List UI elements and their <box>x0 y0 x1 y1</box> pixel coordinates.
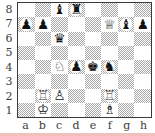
rank-label-8: 8 <box>1 2 17 17</box>
rank-label-2: 2 <box>1 89 17 104</box>
rank-label-7: 7 <box>1 17 17 32</box>
square-b6[interactable] <box>35 32 52 46</box>
square-d7[interactable] <box>68 17 85 31</box>
square-g7[interactable]: ♝ <box>118 17 135 31</box>
white-knight[interactable]: ♘ <box>51 60 68 74</box>
square-g5[interactable] <box>118 46 135 60</box>
square-e1[interactable] <box>85 103 102 117</box>
square-e3[interactable] <box>85 74 102 88</box>
square-g1[interactable] <box>118 103 135 117</box>
square-g2[interactable] <box>118 89 135 103</box>
file-label-c: c <box>51 118 68 133</box>
square-e2[interactable] <box>85 89 102 103</box>
square-b5[interactable] <box>35 46 52 60</box>
rank-label-1: 1 <box>1 104 17 119</box>
square-f4[interactable]: ♞ <box>101 60 118 74</box>
square-h3[interactable] <box>134 74 151 88</box>
file-labels: abcdefgh <box>17 118 152 133</box>
black-pawn[interactable]: ♟ <box>134 17 151 31</box>
chess-board: ♝♜♟♟♕♝♟♛♘♟♚♞♖♙♖♔♗ <box>17 2 152 118</box>
square-a4[interactable] <box>18 60 35 74</box>
black-rook[interactable]: ♜ <box>68 3 85 17</box>
rank-label-3: 3 <box>1 75 17 90</box>
file-label-g: g <box>118 118 135 133</box>
black-king[interactable]: ♚ <box>85 60 102 74</box>
square-c6[interactable]: ♛ <box>51 32 68 46</box>
square-h2[interactable] <box>134 89 151 103</box>
white-bishop[interactable]: ♗ <box>101 103 118 117</box>
black-pawn[interactable]: ♟ <box>35 17 52 31</box>
square-b7[interactable]: ♟ <box>35 17 52 31</box>
square-g6[interactable] <box>118 32 135 46</box>
square-h4[interactable] <box>134 60 151 74</box>
square-c1[interactable] <box>51 103 68 117</box>
square-c8[interactable]: ♝ <box>51 3 68 17</box>
square-a5[interactable] <box>18 46 35 60</box>
square-d2[interactable] <box>68 89 85 103</box>
white-king[interactable]: ♔ <box>35 103 52 117</box>
square-e7[interactable] <box>85 17 102 31</box>
square-a1[interactable] <box>18 103 35 117</box>
square-c2[interactable]: ♙ <box>51 89 68 103</box>
square-d6[interactable] <box>68 32 85 46</box>
black-knight[interactable]: ♞ <box>101 60 118 74</box>
black-bishop[interactable]: ♝ <box>51 3 68 17</box>
file-label-b: b <box>34 118 51 133</box>
square-h6[interactable] <box>134 32 151 46</box>
white-pawn[interactable]: ♙ <box>51 89 68 103</box>
file-label-h: h <box>135 118 152 133</box>
file-label-f: f <box>101 118 118 133</box>
white-queen[interactable]: ♕ <box>101 17 118 31</box>
square-d8[interactable]: ♜ <box>68 3 85 17</box>
square-f6[interactable] <box>101 32 118 46</box>
black-bishop[interactable]: ♝ <box>118 17 135 31</box>
square-c4[interactable]: ♘ <box>51 60 68 74</box>
file-label-a: a <box>17 118 34 133</box>
square-b4[interactable] <box>35 60 52 74</box>
square-d3[interactable] <box>68 74 85 88</box>
square-a6[interactable] <box>18 32 35 46</box>
square-h1[interactable] <box>134 103 151 117</box>
rank-labels: 87654321 <box>1 2 17 118</box>
square-e8[interactable] <box>85 3 102 17</box>
black-pawn[interactable]: ♟ <box>18 17 35 31</box>
square-e4[interactable]: ♚ <box>85 60 102 74</box>
rank-label-6: 6 <box>1 31 17 46</box>
square-e6[interactable] <box>85 32 102 46</box>
square-g3[interactable] <box>118 74 135 88</box>
square-d1[interactable] <box>68 103 85 117</box>
black-pawn[interactable]: ♟ <box>68 60 85 74</box>
file-label-d: d <box>68 118 85 133</box>
square-f1[interactable]: ♗ <box>101 103 118 117</box>
board-layout: 87654321 ♝♜♟♟♕♝♟♛♘♟♚♞♖♙♖♔♗ abcdefgh <box>1 2 152 133</box>
square-f7[interactable]: ♕ <box>101 17 118 31</box>
square-a7[interactable]: ♟ <box>18 17 35 31</box>
square-d4[interactable]: ♟ <box>68 60 85 74</box>
square-h5[interactable] <box>134 46 151 60</box>
square-b1[interactable]: ♔ <box>35 103 52 117</box>
rank-label-5: 5 <box>1 46 17 61</box>
square-g4[interactable] <box>118 60 135 74</box>
file-label-e: e <box>85 118 102 133</box>
black-queen[interactable]: ♛ <box>51 32 68 46</box>
square-a3[interactable] <box>18 74 35 88</box>
bottom-artifact-strip <box>0 133 155 136</box>
square-h7[interactable]: ♟ <box>134 17 151 31</box>
rank-label-4: 4 <box>1 60 17 75</box>
square-a2[interactable] <box>18 89 35 103</box>
chess-diagram: 87654321 ♝♜♟♟♕♝♟♛♘♟♚♞♖♙♖♔♗ abcdefgh <box>0 0 155 136</box>
